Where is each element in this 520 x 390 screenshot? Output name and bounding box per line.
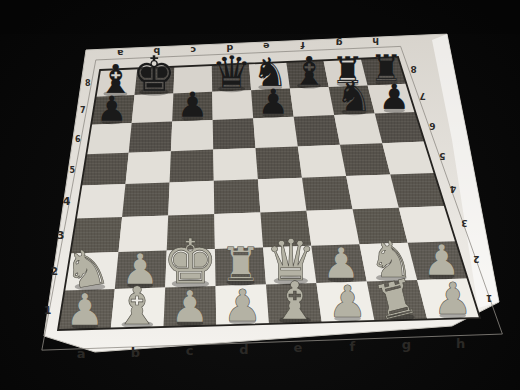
rank-label-right-3: 3 [461,218,467,228]
piece-white-pawn-h1[interactable]: ♟ [433,273,473,324]
piece-black-knight-g7[interactable]: ♞ [335,72,372,121]
rank-label-right-6: 6 [429,121,435,131]
piece-black-bishop-f8[interactable]: ♝ [291,48,327,94]
rank-label-left-4: 4 [63,195,71,208]
rank-label-left-8: 8 [85,79,91,88]
rank-label-right-7: 7 [419,91,425,101]
square-f5[interactable] [298,145,346,178]
square-g4[interactable] [346,175,399,210]
piece-white-pawn-a1[interactable]: ♟ [65,284,105,335]
rank-label-left-2: 2 [50,265,58,278]
piece-white-bishop-b1[interactable]: ♝ [114,275,161,336]
file-label-bottom-e: e [294,340,303,355]
square-d6-texture [213,118,256,149]
photo-background: aabbccddeeffgghh1122334455667788♝♚♛♞♝♜♜♟… [0,0,520,390]
rank-label-right-5: 5 [439,151,445,161]
file-label-top-h: h [372,36,379,47]
square-c4[interactable] [168,181,214,216]
square-e4[interactable] [258,178,307,213]
square-a5-texture [81,153,128,186]
square-c5-texture [170,150,214,183]
rank-label-right-2: 2 [473,254,479,264]
rank-label-left-7: 7 [80,106,86,115]
square-b5[interactable] [126,151,171,184]
square-e5-texture [256,146,303,179]
square-f6-texture [294,115,340,146]
piece-white-pawn-f1[interactable]: ♟ [328,276,368,327]
piece-black-pawn-c7[interactable]: ♟ [177,84,208,125]
vignette [0,0,520,34]
file-label-bottom-c: c [186,343,194,358]
piece-black-pawn-e7[interactable]: ♟ [257,81,288,122]
file-label-top-g: g [336,38,343,49]
file-label-bottom-f: f [349,339,355,354]
rank-label-right-8: 8 [410,64,416,74]
square-d4-texture [214,179,261,214]
rank-label-right-4: 4 [450,184,456,194]
rank-label-left-5: 5 [70,166,76,175]
square-d5[interactable] [213,148,258,181]
file-label-bottom-h: h [456,336,465,351]
piece-white-pawn-d1[interactable]: ♟ [223,280,263,331]
chessboard-photo: aabbccddeeffgghh1122334455667788♝♚♛♞♝♜♜♟… [0,0,520,390]
square-a4[interactable] [76,184,126,219]
piece-white-bishop-e1[interactable]: ♝ [271,270,318,331]
piece-black-pawn-h7[interactable]: ♟ [379,76,410,117]
rank-label-left-1: 1 [44,304,52,317]
file-label-bottom-g: g [402,337,411,352]
piece-black-pawn-a7[interactable]: ♟ [96,88,127,129]
rank-label-left-6: 6 [75,135,81,144]
square-f4-texture [302,176,353,211]
piece-black-queen-d8[interactable]: ♛ [211,46,251,99]
rank-label-left-3: 3 [57,229,65,242]
rank-label-right-1: 1 [486,293,492,303]
file-label-top-c: c [190,45,196,56]
file-label-bottom-b: b [131,345,140,360]
piece-white-pawn-c1[interactable]: ♟ [170,281,210,332]
square-b4-texture [122,182,170,217]
square-g5-texture [340,143,390,176]
file-label-bottom-d: d [239,342,248,357]
square-b6-texture [129,122,173,153]
piece-black-king-b8[interactable]: ♚ [132,46,176,103]
file-label-bottom-a: a [77,346,86,361]
